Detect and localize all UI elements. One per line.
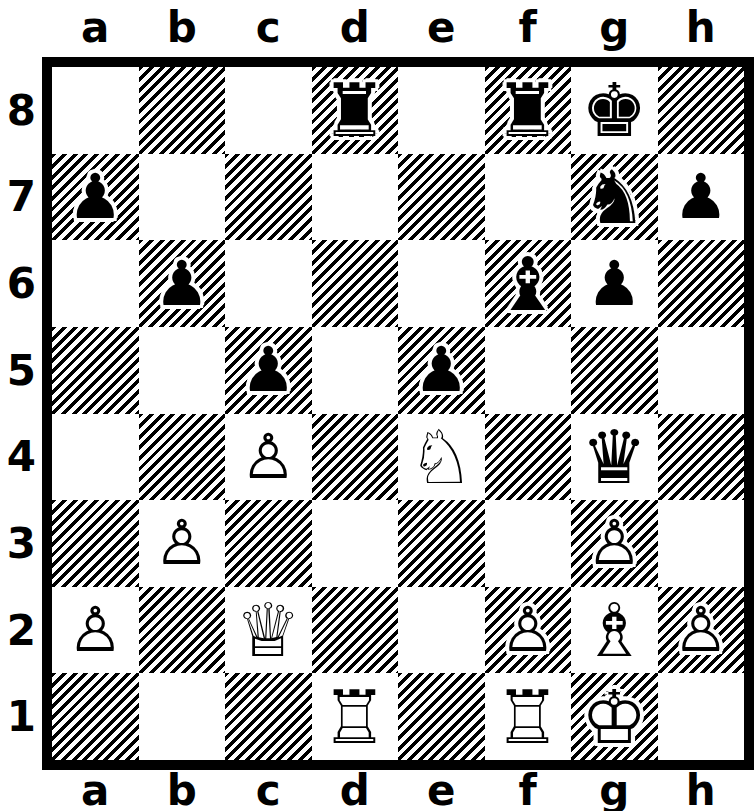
square-g8[interactable]: ♚♚ bbox=[571, 67, 658, 154]
square-e6[interactable] bbox=[398, 240, 485, 327]
black-king-glyph: ♚ bbox=[581, 73, 647, 147]
white-rook: ♜♖ bbox=[485, 673, 572, 760]
square-b6[interactable]: ♟♟ bbox=[139, 240, 226, 327]
square-b1[interactable] bbox=[139, 673, 226, 760]
black-knight-glyph: ♞ bbox=[581, 160, 647, 234]
file-label-e: e bbox=[427, 3, 456, 52]
square-f8[interactable]: ♜♜ bbox=[485, 67, 572, 154]
square-f2[interactable]: ♟♙ bbox=[485, 587, 572, 674]
file-label-f: f bbox=[519, 3, 537, 52]
square-g1[interactable]: ♚♔ bbox=[571, 673, 658, 760]
chess-board: ♜♜♜♜♚♚♟♟♞♞♟♟♟♟♝♝♟♟♟♟♟♟♟♙♞♘♛♛♟♙♟♙♟♙♛♕♟♙♝♗… bbox=[42, 57, 754, 770]
black-bishop: ♝♝ bbox=[485, 240, 572, 327]
square-c6[interactable] bbox=[225, 240, 312, 327]
square-h4[interactable] bbox=[658, 414, 745, 501]
white-queen: ♛♕ bbox=[225, 587, 312, 674]
square-b4[interactable] bbox=[139, 414, 226, 501]
square-h1[interactable] bbox=[658, 673, 745, 760]
square-h7[interactable]: ♟♟ bbox=[658, 154, 745, 241]
square-g4[interactable]: ♛♛ bbox=[571, 414, 658, 501]
file-label-h: h bbox=[686, 3, 716, 52]
square-b5[interactable] bbox=[139, 327, 226, 414]
black-rook-glyph: ♜ bbox=[495, 73, 561, 147]
file-label-d: d bbox=[340, 766, 370, 811]
white-pawn-glyph: ♙ bbox=[154, 512, 210, 574]
black-rook-glyph: ♜ bbox=[322, 73, 388, 147]
square-c5[interactable]: ♟♟ bbox=[225, 327, 312, 414]
square-h5[interactable] bbox=[658, 327, 745, 414]
square-a3[interactable] bbox=[52, 500, 139, 587]
square-c3[interactable] bbox=[225, 500, 312, 587]
square-a6[interactable] bbox=[52, 240, 139, 327]
file-label-g: g bbox=[599, 766, 629, 811]
file-labels-bottom: a b c d e f g h bbox=[52, 766, 744, 811]
square-e3[interactable] bbox=[398, 500, 485, 587]
rank-label-6: 6 bbox=[7, 259, 36, 308]
square-c2[interactable]: ♛♕ bbox=[225, 587, 312, 674]
white-pawn-glyph: ♙ bbox=[67, 599, 123, 661]
black-pawn: ♟♟ bbox=[398, 327, 485, 414]
white-pawn-glyph: ♙ bbox=[673, 599, 729, 661]
black-pawn: ♟♟ bbox=[139, 240, 226, 327]
black-pawn: ♟♟ bbox=[658, 154, 745, 241]
white-pawn: ♟♙ bbox=[571, 500, 658, 587]
rank-label-1: 1 bbox=[7, 692, 36, 741]
white-pawn: ♟♙ bbox=[225, 414, 312, 501]
square-d2[interactable] bbox=[312, 587, 399, 674]
white-rook-glyph: ♖ bbox=[495, 680, 561, 754]
square-f5[interactable] bbox=[485, 327, 572, 414]
square-a5[interactable] bbox=[52, 327, 139, 414]
white-rook: ♜♖ bbox=[312, 673, 399, 760]
square-f7[interactable] bbox=[485, 154, 572, 241]
square-g6[interactable]: ♟♟ bbox=[571, 240, 658, 327]
square-f4[interactable] bbox=[485, 414, 572, 501]
square-g7[interactable]: ♞♞ bbox=[571, 154, 658, 241]
square-g2[interactable]: ♝♗ bbox=[571, 587, 658, 674]
black-pawn-glyph: ♟ bbox=[586, 253, 642, 315]
black-bishop-glyph: ♝ bbox=[495, 247, 561, 321]
white-rook-glyph: ♖ bbox=[322, 680, 388, 754]
file-labels-top: a b c d e f g h bbox=[52, 0, 744, 55]
square-b8[interactable] bbox=[139, 67, 226, 154]
square-a7[interactable]: ♟♟ bbox=[52, 154, 139, 241]
file-label-a: a bbox=[81, 766, 109, 811]
black-rook: ♜♜ bbox=[485, 67, 572, 154]
black-pawn-glyph: ♟ bbox=[240, 339, 296, 401]
square-b7[interactable] bbox=[139, 154, 226, 241]
black-pawn-glyph: ♟ bbox=[67, 166, 123, 228]
square-b3[interactable]: ♟♙ bbox=[139, 500, 226, 587]
black-pawn: ♟♟ bbox=[571, 240, 658, 327]
square-d5[interactable] bbox=[312, 327, 399, 414]
square-c1[interactable] bbox=[225, 673, 312, 760]
black-pawn-glyph: ♟ bbox=[413, 339, 469, 401]
file-label-f: f bbox=[519, 766, 537, 811]
square-d6[interactable] bbox=[312, 240, 399, 327]
white-bishop: ♝♗ bbox=[571, 587, 658, 674]
square-d4[interactable] bbox=[312, 414, 399, 501]
file-label-c: c bbox=[256, 3, 281, 52]
square-c8[interactable] bbox=[225, 67, 312, 154]
square-e4[interactable]: ♞♘ bbox=[398, 414, 485, 501]
white-knight-glyph: ♘ bbox=[408, 420, 474, 494]
black-pawn-glyph: ♟ bbox=[673, 166, 729, 228]
chess-diagram: a b c d e f g h 8 7 6 5 4 3 2 1 ♜♜♜♜♚♚♟♟… bbox=[0, 0, 756, 811]
square-c4[interactable]: ♟♙ bbox=[225, 414, 312, 501]
white-pawn: ♟♙ bbox=[658, 587, 745, 674]
white-king-glyph: ♔ bbox=[581, 680, 647, 754]
rank-label-5: 5 bbox=[7, 346, 36, 395]
rank-label-7: 7 bbox=[7, 172, 36, 221]
white-pawn-glyph: ♙ bbox=[500, 599, 556, 661]
white-pawn: ♟♙ bbox=[52, 587, 139, 674]
white-pawn-glyph: ♙ bbox=[240, 426, 296, 488]
white-knight: ♞♘ bbox=[398, 414, 485, 501]
square-a1[interactable] bbox=[52, 673, 139, 760]
square-e7[interactable] bbox=[398, 154, 485, 241]
square-e1[interactable] bbox=[398, 673, 485, 760]
rank-label-3: 3 bbox=[7, 519, 36, 568]
file-label-h: h bbox=[686, 766, 716, 811]
square-e2[interactable] bbox=[398, 587, 485, 674]
square-h8[interactable] bbox=[658, 67, 745, 154]
white-pawn: ♟♙ bbox=[485, 587, 572, 674]
square-c7[interactable] bbox=[225, 154, 312, 241]
square-e5[interactable]: ♟♟ bbox=[398, 327, 485, 414]
file-label-b: b bbox=[167, 766, 197, 811]
file-label-b: b bbox=[167, 3, 197, 52]
square-a2[interactable]: ♟♙ bbox=[52, 587, 139, 674]
square-h6[interactable] bbox=[658, 240, 745, 327]
square-f6[interactable]: ♝♝ bbox=[485, 240, 572, 327]
rank-label-2: 2 bbox=[7, 606, 36, 655]
black-king: ♚♚ bbox=[571, 67, 658, 154]
square-g3[interactable]: ♟♙ bbox=[571, 500, 658, 587]
black-pawn: ♟♟ bbox=[52, 154, 139, 241]
rank-label-8: 8 bbox=[7, 86, 36, 135]
file-label-d: d bbox=[340, 3, 370, 52]
white-queen-glyph: ♕ bbox=[235, 593, 301, 667]
square-h2[interactable]: ♟♙ bbox=[658, 587, 745, 674]
black-pawn: ♟♟ bbox=[225, 327, 312, 414]
black-pawn-glyph: ♟ bbox=[154, 253, 210, 315]
square-b2[interactable] bbox=[139, 587, 226, 674]
black-knight: ♞♞ bbox=[571, 154, 658, 241]
file-label-e: e bbox=[427, 766, 456, 811]
file-label-c: c bbox=[256, 766, 281, 811]
black-queen-glyph: ♛ bbox=[581, 420, 647, 494]
white-pawn-glyph: ♙ bbox=[586, 512, 642, 574]
rank-label-4: 4 bbox=[7, 432, 36, 481]
white-king: ♚♔ bbox=[571, 673, 658, 760]
square-h3[interactable] bbox=[658, 500, 745, 587]
white-pawn: ♟♙ bbox=[139, 500, 226, 587]
white-bishop-glyph: ♗ bbox=[581, 593, 647, 667]
file-label-g: g bbox=[599, 3, 629, 52]
square-a4[interactable] bbox=[52, 414, 139, 501]
square-e8[interactable] bbox=[398, 67, 485, 154]
file-label-a: a bbox=[81, 3, 109, 52]
square-d1[interactable]: ♜♖ bbox=[312, 673, 399, 760]
square-f3[interactable] bbox=[485, 500, 572, 587]
square-d7[interactable] bbox=[312, 154, 399, 241]
black-rook: ♜♜ bbox=[312, 67, 399, 154]
square-d3[interactable] bbox=[312, 500, 399, 587]
square-d8[interactable]: ♜♜ bbox=[312, 67, 399, 154]
square-a8[interactable] bbox=[52, 67, 139, 154]
rank-labels-left: 8 7 6 5 4 3 2 1 bbox=[0, 67, 36, 760]
square-g5[interactable] bbox=[571, 327, 658, 414]
black-queen: ♛♛ bbox=[571, 414, 658, 501]
square-f1[interactable]: ♜♖ bbox=[485, 673, 572, 760]
